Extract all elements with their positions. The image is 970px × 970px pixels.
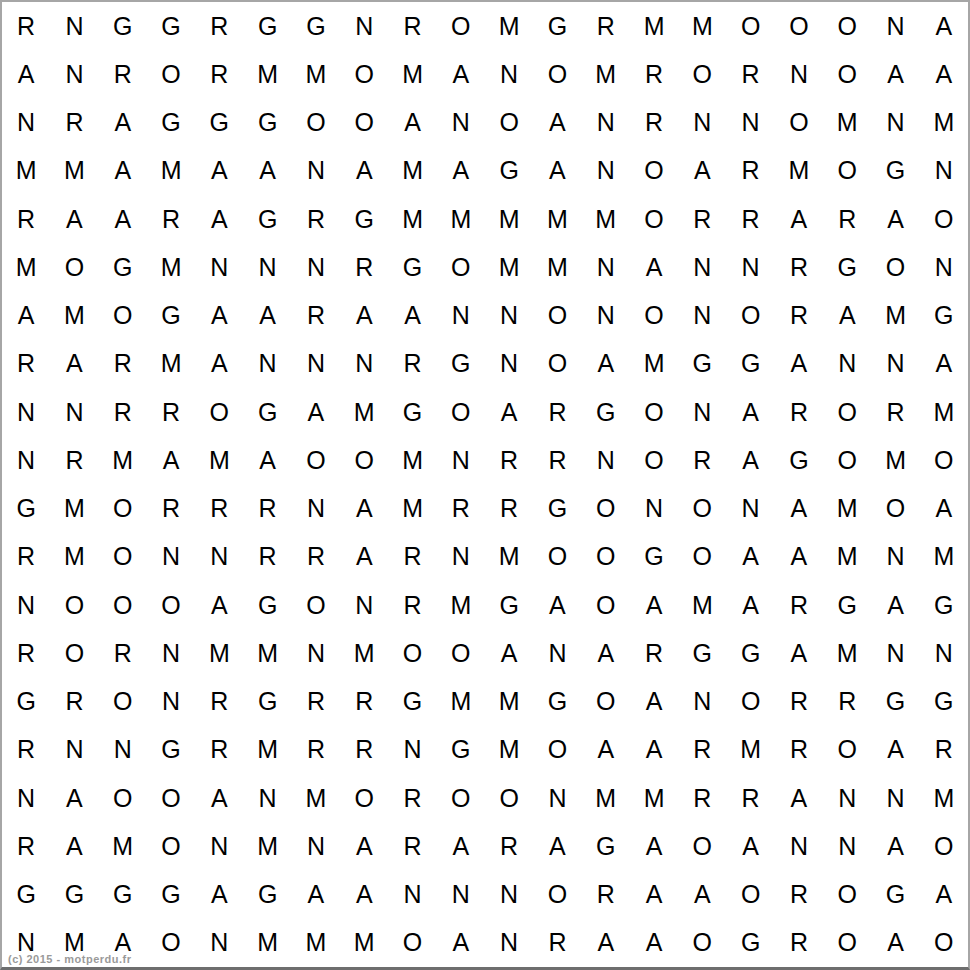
grid-cell[interactable]: G bbox=[871, 147, 919, 195]
grid-cell[interactable]: N bbox=[2, 388, 50, 436]
grid-cell[interactable]: O bbox=[437, 388, 485, 436]
grid-cell[interactable]: A bbox=[920, 2, 968, 50]
grid-cell[interactable]: G bbox=[533, 485, 581, 533]
grid-cell[interactable]: A bbox=[871, 195, 919, 243]
grid-cell[interactable]: R bbox=[485, 485, 533, 533]
grid-cell[interactable]: G bbox=[388, 243, 436, 291]
grid-cell[interactable]: G bbox=[437, 726, 485, 774]
grid-cell[interactable]: R bbox=[775, 243, 823, 291]
grid-cell[interactable]: N bbox=[50, 50, 98, 98]
grid-cell[interactable]: O bbox=[726, 2, 774, 50]
grid-cell[interactable]: R bbox=[726, 195, 774, 243]
grid-cell[interactable]: O bbox=[437, 629, 485, 677]
grid-cell[interactable]: O bbox=[630, 195, 678, 243]
grid-cell[interactable]: R bbox=[630, 99, 678, 147]
grid-cell[interactable]: M bbox=[99, 822, 147, 870]
grid-cell[interactable]: G bbox=[243, 871, 291, 919]
grid-cell[interactable]: O bbox=[50, 581, 98, 629]
grid-cell[interactable]: R bbox=[582, 871, 630, 919]
grid-cell[interactable]: G bbox=[775, 436, 823, 484]
grid-cell[interactable]: M bbox=[147, 147, 195, 195]
grid-cell[interactable]: O bbox=[388, 919, 436, 967]
grid-cell[interactable]: O bbox=[195, 388, 243, 436]
grid-cell[interactable]: N bbox=[871, 629, 919, 677]
grid-cell[interactable]: R bbox=[147, 388, 195, 436]
grid-cell[interactable]: R bbox=[195, 678, 243, 726]
grid-cell[interactable]: R bbox=[147, 485, 195, 533]
grid-cell[interactable]: A bbox=[340, 822, 388, 870]
grid-cell[interactable]: G bbox=[147, 292, 195, 340]
grid-cell[interactable]: A bbox=[485, 388, 533, 436]
grid-cell[interactable]: M bbox=[823, 99, 871, 147]
grid-cell[interactable]: M bbox=[50, 147, 98, 195]
grid-cell[interactable]: A bbox=[920, 871, 968, 919]
grid-cell[interactable]: N bbox=[243, 243, 291, 291]
grid-cell[interactable]: G bbox=[823, 243, 871, 291]
grid-cell[interactable]: O bbox=[582, 485, 630, 533]
grid-cell[interactable]: A bbox=[582, 340, 630, 388]
grid-cell[interactable]: M bbox=[630, 774, 678, 822]
grid-cell[interactable]: A bbox=[195, 871, 243, 919]
grid-cell[interactable]: M bbox=[437, 581, 485, 629]
grid-cell[interactable]: M bbox=[823, 485, 871, 533]
grid-cell[interactable]: O bbox=[292, 581, 340, 629]
grid-cell[interactable]: M bbox=[582, 774, 630, 822]
grid-cell[interactable]: A bbox=[50, 340, 98, 388]
grid-cell[interactable]: N bbox=[630, 485, 678, 533]
grid-cell[interactable]: A bbox=[437, 822, 485, 870]
grid-cell[interactable]: G bbox=[582, 388, 630, 436]
grid-cell[interactable]: R bbox=[388, 822, 436, 870]
grid-cell[interactable]: A bbox=[871, 919, 919, 967]
grid-cell[interactable]: A bbox=[920, 50, 968, 98]
grid-cell[interactable]: M bbox=[340, 388, 388, 436]
grid-cell[interactable]: R bbox=[99, 629, 147, 677]
grid-cell[interactable]: R bbox=[775, 871, 823, 919]
grid-cell[interactable]: R bbox=[340, 678, 388, 726]
grid-cell[interactable]: A bbox=[437, 50, 485, 98]
grid-cell[interactable]: M bbox=[437, 195, 485, 243]
grid-cell[interactable]: N bbox=[292, 147, 340, 195]
grid-cell[interactable]: O bbox=[920, 822, 968, 870]
grid-cell[interactable]: R bbox=[2, 195, 50, 243]
grid-cell[interactable]: A bbox=[726, 581, 774, 629]
grid-cell[interactable]: G bbox=[195, 99, 243, 147]
grid-cell[interactable]: R bbox=[195, 726, 243, 774]
grid-cell[interactable]: R bbox=[775, 919, 823, 967]
grid-cell[interactable]: N bbox=[726, 485, 774, 533]
grid-cell[interactable]: A bbox=[99, 195, 147, 243]
grid-cell[interactable]: M bbox=[823, 533, 871, 581]
grid-cell[interactable]: M bbox=[582, 195, 630, 243]
grid-cell[interactable]: N bbox=[437, 99, 485, 147]
grid-cell[interactable]: O bbox=[533, 292, 581, 340]
grid-cell[interactable]: N bbox=[871, 99, 919, 147]
grid-cell[interactable]: A bbox=[630, 822, 678, 870]
grid-cell[interactable]: O bbox=[823, 388, 871, 436]
grid-cell[interactable]: G bbox=[99, 243, 147, 291]
grid-cell[interactable]: M bbox=[195, 629, 243, 677]
grid-cell[interactable]: A bbox=[871, 822, 919, 870]
grid-cell[interactable]: N bbox=[485, 340, 533, 388]
grid-cell[interactable]: N bbox=[533, 629, 581, 677]
grid-cell[interactable]: G bbox=[630, 533, 678, 581]
grid-cell[interactable]: N bbox=[726, 243, 774, 291]
grid-cell[interactable]: A bbox=[533, 147, 581, 195]
grid-cell[interactable]: O bbox=[678, 485, 726, 533]
grid-cell[interactable]: O bbox=[437, 774, 485, 822]
grid-cell[interactable]: N bbox=[485, 871, 533, 919]
grid-cell[interactable]: A bbox=[582, 726, 630, 774]
grid-cell[interactable]: N bbox=[678, 243, 726, 291]
grid-cell[interactable]: A bbox=[775, 629, 823, 677]
grid-cell[interactable]: R bbox=[533, 436, 581, 484]
grid-cell[interactable]: A bbox=[630, 678, 678, 726]
grid-cell[interactable]: R bbox=[292, 195, 340, 243]
grid-cell[interactable]: O bbox=[678, 919, 726, 967]
grid-cell[interactable]: M bbox=[243, 822, 291, 870]
grid-cell[interactable]: N bbox=[292, 243, 340, 291]
grid-cell[interactable]: M bbox=[147, 243, 195, 291]
grid-cell[interactable]: R bbox=[2, 340, 50, 388]
grid-cell[interactable]: G bbox=[2, 871, 50, 919]
grid-cell[interactable]: R bbox=[775, 388, 823, 436]
grid-cell[interactable]: O bbox=[823, 919, 871, 967]
grid-cell[interactable]: N bbox=[582, 99, 630, 147]
grid-cell[interactable]: R bbox=[147, 195, 195, 243]
grid-cell[interactable]: A bbox=[340, 485, 388, 533]
grid-cell[interactable]: R bbox=[292, 678, 340, 726]
grid-cell[interactable]: R bbox=[2, 629, 50, 677]
grid-cell[interactable]: G bbox=[243, 195, 291, 243]
grid-cell[interactable]: A bbox=[678, 147, 726, 195]
grid-cell[interactable]: O bbox=[147, 919, 195, 967]
grid-cell[interactable]: R bbox=[775, 581, 823, 629]
grid-cell[interactable]: R bbox=[340, 243, 388, 291]
grid-cell[interactable]: N bbox=[195, 533, 243, 581]
grid-cell[interactable]: G bbox=[2, 678, 50, 726]
grid-cell[interactable]: M bbox=[533, 195, 581, 243]
grid-cell[interactable]: G bbox=[99, 2, 147, 50]
grid-cell[interactable]: M bbox=[243, 50, 291, 98]
grid-cell[interactable]: N bbox=[920, 629, 968, 677]
grid-cell[interactable]: G bbox=[485, 581, 533, 629]
grid-cell[interactable]: A bbox=[871, 50, 919, 98]
grid-cell[interactable]: R bbox=[726, 50, 774, 98]
grid-cell[interactable]: R bbox=[775, 678, 823, 726]
grid-cell[interactable]: R bbox=[437, 485, 485, 533]
grid-cell[interactable]: N bbox=[582, 147, 630, 195]
grid-cell[interactable]: A bbox=[340, 533, 388, 581]
grid-cell[interactable]: O bbox=[388, 629, 436, 677]
grid-cell[interactable]: N bbox=[678, 99, 726, 147]
grid-cell[interactable]: M bbox=[630, 340, 678, 388]
grid-cell[interactable]: O bbox=[823, 871, 871, 919]
grid-cell[interactable]: R bbox=[50, 678, 98, 726]
grid-cell[interactable]: R bbox=[99, 340, 147, 388]
grid-cell[interactable]: M bbox=[388, 485, 436, 533]
grid-cell[interactable]: O bbox=[823, 436, 871, 484]
grid-cell[interactable]: O bbox=[678, 533, 726, 581]
grid-cell[interactable]: R bbox=[292, 726, 340, 774]
grid-cell[interactable]: A bbox=[292, 871, 340, 919]
grid-cell[interactable]: R bbox=[678, 436, 726, 484]
grid-cell[interactable]: O bbox=[50, 629, 98, 677]
grid-cell[interactable]: M bbox=[678, 581, 726, 629]
grid-cell[interactable]: R bbox=[823, 195, 871, 243]
grid-cell[interactable]: A bbox=[99, 99, 147, 147]
grid-cell[interactable]: A bbox=[533, 99, 581, 147]
grid-cell[interactable]: O bbox=[630, 147, 678, 195]
grid-cell[interactable]: M bbox=[871, 436, 919, 484]
grid-cell[interactable]: O bbox=[99, 485, 147, 533]
grid-cell[interactable]: R bbox=[99, 50, 147, 98]
grid-cell[interactable]: G bbox=[437, 340, 485, 388]
grid-cell[interactable]: N bbox=[437, 292, 485, 340]
grid-cell[interactable]: M bbox=[582, 50, 630, 98]
grid-cell[interactable]: G bbox=[726, 629, 774, 677]
grid-cell[interactable]: M bbox=[292, 919, 340, 967]
grid-cell[interactable]: N bbox=[340, 581, 388, 629]
grid-cell[interactable]: A bbox=[50, 822, 98, 870]
grid-cell[interactable]: R bbox=[775, 292, 823, 340]
grid-cell[interactable]: A bbox=[147, 436, 195, 484]
grid-cell[interactable]: N bbox=[50, 726, 98, 774]
grid-cell[interactable]: R bbox=[871, 388, 919, 436]
grid-cell[interactable]: R bbox=[726, 147, 774, 195]
grid-cell[interactable]: M bbox=[2, 243, 50, 291]
grid-cell[interactable]: O bbox=[726, 871, 774, 919]
grid-cell[interactable]: N bbox=[485, 292, 533, 340]
grid-cell[interactable]: O bbox=[340, 50, 388, 98]
grid-cell[interactable]: A bbox=[243, 147, 291, 195]
grid-cell[interactable]: N bbox=[823, 774, 871, 822]
grid-cell[interactable]: G bbox=[678, 340, 726, 388]
grid-cell[interactable]: M bbox=[388, 147, 436, 195]
grid-cell[interactable]: N bbox=[533, 774, 581, 822]
grid-cell[interactable]: O bbox=[775, 2, 823, 50]
grid-cell[interactable]: G bbox=[920, 678, 968, 726]
grid-cell[interactable]: N bbox=[485, 919, 533, 967]
grid-cell[interactable]: O bbox=[99, 678, 147, 726]
grid-cell[interactable]: N bbox=[243, 340, 291, 388]
grid-cell[interactable]: N bbox=[2, 99, 50, 147]
grid-cell[interactable]: O bbox=[437, 2, 485, 50]
grid-cell[interactable]: O bbox=[437, 243, 485, 291]
grid-cell[interactable]: O bbox=[340, 99, 388, 147]
grid-cell[interactable]: R bbox=[823, 678, 871, 726]
grid-cell[interactable]: G bbox=[726, 340, 774, 388]
grid-cell[interactable]: O bbox=[823, 726, 871, 774]
grid-cell[interactable]: A bbox=[243, 436, 291, 484]
grid-cell[interactable]: A bbox=[195, 195, 243, 243]
grid-cell[interactable]: R bbox=[50, 436, 98, 484]
grid-cell[interactable]: N bbox=[292, 485, 340, 533]
grid-cell[interactable]: N bbox=[437, 871, 485, 919]
grid-cell[interactable]: G bbox=[678, 629, 726, 677]
grid-cell[interactable]: M bbox=[243, 726, 291, 774]
grid-cell[interactable]: N bbox=[195, 919, 243, 967]
grid-cell[interactable]: M bbox=[920, 774, 968, 822]
grid-cell[interactable]: O bbox=[485, 99, 533, 147]
grid-cell[interactable]: A bbox=[533, 581, 581, 629]
grid-cell[interactable]: N bbox=[195, 822, 243, 870]
grid-cell[interactable]: N bbox=[292, 340, 340, 388]
grid-cell[interactable]: N bbox=[920, 147, 968, 195]
grid-cell[interactable]: A bbox=[630, 871, 678, 919]
grid-cell[interactable]: M bbox=[340, 629, 388, 677]
grid-cell[interactable]: N bbox=[340, 340, 388, 388]
grid-cell[interactable]: G bbox=[2, 485, 50, 533]
grid-cell[interactable]: A bbox=[195, 581, 243, 629]
grid-cell[interactable]: M bbox=[243, 629, 291, 677]
grid-cell[interactable]: A bbox=[678, 871, 726, 919]
grid-cell[interactable]: N bbox=[388, 726, 436, 774]
grid-cell[interactable]: M bbox=[485, 533, 533, 581]
grid-cell[interactable]: N bbox=[871, 533, 919, 581]
grid-cell[interactable]: A bbox=[533, 822, 581, 870]
grid-cell[interactable]: A bbox=[388, 99, 436, 147]
grid-cell[interactable]: N bbox=[147, 629, 195, 677]
grid-cell[interactable]: O bbox=[920, 436, 968, 484]
grid-cell[interactable]: M bbox=[485, 2, 533, 50]
grid-cell[interactable]: G bbox=[147, 2, 195, 50]
grid-cell[interactable]: O bbox=[920, 919, 968, 967]
grid-cell[interactable]: M bbox=[678, 2, 726, 50]
grid-cell[interactable]: A bbox=[582, 629, 630, 677]
grid-cell[interactable]: A bbox=[388, 292, 436, 340]
grid-cell[interactable]: N bbox=[2, 436, 50, 484]
grid-cell[interactable]: R bbox=[775, 726, 823, 774]
grid-cell[interactable]: O bbox=[147, 774, 195, 822]
grid-cell[interactable]: M bbox=[485, 726, 533, 774]
grid-cell[interactable]: G bbox=[388, 678, 436, 726]
grid-cell[interactable]: M bbox=[437, 678, 485, 726]
grid-cell[interactable]: R bbox=[388, 774, 436, 822]
grid-cell[interactable]: G bbox=[823, 581, 871, 629]
grid-cell[interactable]: O bbox=[533, 50, 581, 98]
grid-cell[interactable]: N bbox=[340, 2, 388, 50]
grid-cell[interactable]: R bbox=[292, 533, 340, 581]
grid-cell[interactable]: A bbox=[50, 774, 98, 822]
grid-cell[interactable]: N bbox=[243, 774, 291, 822]
grid-cell[interactable]: G bbox=[292, 2, 340, 50]
grid-cell[interactable]: N bbox=[2, 581, 50, 629]
grid-cell[interactable]: O bbox=[50, 243, 98, 291]
grid-cell[interactable]: N bbox=[388, 871, 436, 919]
grid-cell[interactable]: N bbox=[292, 629, 340, 677]
grid-cell[interactable]: A bbox=[726, 436, 774, 484]
grid-cell[interactable]: A bbox=[292, 388, 340, 436]
grid-cell[interactable]: N bbox=[147, 678, 195, 726]
grid-cell[interactable]: N bbox=[582, 436, 630, 484]
grid-cell[interactable]: M bbox=[243, 919, 291, 967]
grid-cell[interactable]: R bbox=[920, 726, 968, 774]
grid-cell[interactable]: A bbox=[582, 919, 630, 967]
grid-cell[interactable]: R bbox=[388, 533, 436, 581]
grid-cell[interactable]: N bbox=[871, 340, 919, 388]
grid-cell[interactable]: O bbox=[871, 243, 919, 291]
grid-cell[interactable]: G bbox=[533, 2, 581, 50]
grid-cell[interactable]: O bbox=[582, 581, 630, 629]
grid-cell[interactable]: M bbox=[533, 243, 581, 291]
grid-cell[interactable]: N bbox=[678, 292, 726, 340]
grid-cell[interactable]: O bbox=[292, 99, 340, 147]
grid-cell[interactable]: O bbox=[340, 436, 388, 484]
grid-cell[interactable]: M bbox=[292, 50, 340, 98]
grid-cell[interactable]: A bbox=[823, 292, 871, 340]
grid-cell[interactable]: O bbox=[871, 485, 919, 533]
grid-cell[interactable]: G bbox=[388, 388, 436, 436]
grid-cell[interactable]: N bbox=[99, 726, 147, 774]
grid-cell[interactable]: O bbox=[99, 533, 147, 581]
grid-cell[interactable]: R bbox=[582, 2, 630, 50]
grid-cell[interactable]: G bbox=[340, 195, 388, 243]
grid-cell[interactable]: M bbox=[50, 485, 98, 533]
grid-cell[interactable]: O bbox=[340, 774, 388, 822]
grid-cell[interactable]: M bbox=[920, 533, 968, 581]
grid-cell[interactable]: R bbox=[2, 2, 50, 50]
grid-cell[interactable]: R bbox=[2, 822, 50, 870]
grid-cell[interactable]: A bbox=[920, 340, 968, 388]
grid-cell[interactable]: R bbox=[630, 629, 678, 677]
grid-cell[interactable]: R bbox=[195, 485, 243, 533]
grid-cell[interactable]: O bbox=[630, 436, 678, 484]
grid-cell[interactable]: A bbox=[2, 292, 50, 340]
grid-cell[interactable]: A bbox=[775, 533, 823, 581]
grid-cell[interactable]: G bbox=[147, 726, 195, 774]
grid-cell[interactable]: G bbox=[147, 871, 195, 919]
grid-cell[interactable]: G bbox=[871, 678, 919, 726]
grid-cell[interactable]: N bbox=[775, 50, 823, 98]
grid-cell[interactable]: A bbox=[775, 485, 823, 533]
grid-cell[interactable]: G bbox=[243, 2, 291, 50]
grid-cell[interactable]: N bbox=[920, 243, 968, 291]
grid-cell[interactable]: M bbox=[2, 147, 50, 195]
grid-cell[interactable]: O bbox=[630, 292, 678, 340]
grid-cell[interactable]: R bbox=[533, 919, 581, 967]
grid-cell[interactable]: M bbox=[726, 726, 774, 774]
grid-cell[interactable]: A bbox=[920, 485, 968, 533]
grid-cell[interactable]: G bbox=[920, 581, 968, 629]
grid-cell[interactable]: R bbox=[292, 292, 340, 340]
grid-cell[interactable]: O bbox=[147, 581, 195, 629]
grid-cell[interactable]: M bbox=[388, 50, 436, 98]
grid-cell[interactable]: R bbox=[678, 726, 726, 774]
grid-cell[interactable]: O bbox=[630, 388, 678, 436]
grid-cell[interactable]: R bbox=[388, 2, 436, 50]
grid-cell[interactable]: G bbox=[243, 99, 291, 147]
grid-cell[interactable]: O bbox=[823, 147, 871, 195]
grid-cell[interactable]: N bbox=[292, 822, 340, 870]
grid-cell[interactable]: O bbox=[678, 822, 726, 870]
grid-cell[interactable]: M bbox=[920, 99, 968, 147]
grid-cell[interactable]: O bbox=[582, 678, 630, 726]
grid-cell[interactable]: O bbox=[147, 822, 195, 870]
grid-cell[interactable]: R bbox=[678, 195, 726, 243]
grid-cell[interactable]: R bbox=[485, 822, 533, 870]
grid-cell[interactable]: R bbox=[388, 581, 436, 629]
grid-cell[interactable]: O bbox=[533, 533, 581, 581]
grid-cell[interactable]: M bbox=[871, 292, 919, 340]
grid-cell[interactable]: A bbox=[99, 147, 147, 195]
grid-cell[interactable]: R bbox=[195, 2, 243, 50]
grid-cell[interactable]: O bbox=[99, 581, 147, 629]
grid-cell[interactable]: A bbox=[775, 195, 823, 243]
grid-cell[interactable]: N bbox=[726, 99, 774, 147]
grid-cell[interactable]: N bbox=[437, 533, 485, 581]
grid-cell[interactable]: O bbox=[582, 533, 630, 581]
